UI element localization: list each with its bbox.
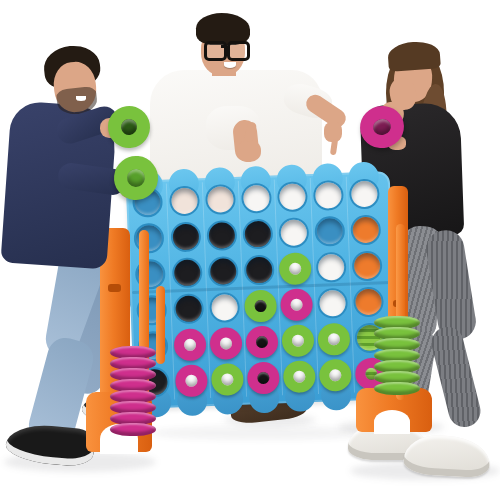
board-hole-r3c2 [172, 257, 203, 288]
board-cell-r6c5 [281, 358, 318, 395]
board-cell-r3c2 [169, 254, 206, 291]
board-cell-r4c3 [206, 289, 243, 326]
left-frame-slot [108, 284, 121, 292]
board-hole-r6c3 [212, 364, 243, 395]
board-cell-r6c6 [317, 357, 354, 394]
board-cell-r6c3 [209, 361, 246, 398]
board-hole-r3c3 [208, 256, 239, 287]
glasses-left-lens [204, 41, 227, 61]
board-hole-r5c5 [282, 325, 313, 356]
left-man-smile [76, 96, 86, 101]
board-hole-r5c4 [246, 326, 277, 357]
magenta-disc-r5c4 [245, 325, 278, 358]
board-cell-r4c7 [350, 283, 387, 320]
board-cell-r5c6 [315, 321, 352, 358]
board-hole-r6c5 [284, 361, 315, 392]
board-cell-r3c7 [348, 247, 385, 284]
board-cell-r2c7 [347, 211, 384, 248]
green-disc-r5c6 [317, 323, 350, 356]
glasses-right-lens [227, 41, 250, 61]
board-cell-r2c2 [167, 218, 204, 255]
board-cell-r1c4 [238, 179, 275, 216]
board-cell-r4c5 [278, 286, 315, 323]
board-hole-r4c3 [209, 292, 240, 323]
board-hole-r1c7 [349, 178, 380, 209]
board-cell-r5c3 [207, 325, 244, 362]
board-cell-r1c5 [274, 178, 311, 215]
board-cell-r4c2 [170, 290, 207, 327]
left-disc-pole-rear [156, 286, 165, 364]
board-cell-r3c4 [241, 251, 278, 288]
board-cell-r2c5 [275, 214, 312, 251]
board-cell-r3c3 [205, 253, 242, 290]
board-hole-r6c2 [176, 365, 207, 396]
board-cell-r5c5 [279, 322, 316, 359]
woman-sneaker-back [403, 434, 491, 478]
board-cell-r3c5 [277, 250, 314, 287]
middle-man-smile [224, 62, 236, 68]
shadow-board [150, 426, 370, 440]
board-hole-r2c7 [350, 214, 381, 245]
right-spare-disc-7 [374, 382, 420, 395]
right-frame-foot-arch [374, 410, 410, 434]
green-disc-r6c6 [319, 359, 352, 392]
board-hole-r1c5 [277, 181, 308, 212]
green-disc-r4c4 [244, 289, 277, 322]
board-cell-r4c6 [314, 285, 351, 322]
magenta-disc-r4c5 [280, 288, 313, 321]
board-hole-r5c6 [318, 324, 349, 355]
left-spare-disc-8 [110, 423, 156, 436]
board-hole-r2c2 [170, 221, 201, 252]
stage [0, 0, 500, 500]
middle-man-fist [237, 140, 261, 162]
board-hole-r3c5 [280, 253, 311, 284]
board-hole-r4c2 [173, 293, 204, 324]
board-hole-r5c2 [174, 329, 205, 360]
board-hole-r2c6 [314, 216, 345, 247]
woman-calf-back [428, 324, 484, 431]
board-cell-r5c4 [243, 323, 280, 360]
board-hole-r3c7 [352, 250, 383, 281]
board-hole-r2c3 [206, 220, 237, 251]
board-hole-r4c7 [353, 286, 384, 317]
board-hole-r5c3 [210, 328, 241, 359]
board-hole-r6c4 [248, 362, 279, 393]
green-disc-r3c5 [279, 252, 312, 285]
magenta-disc-r6c2 [175, 364, 208, 397]
board-cell-r2c3 [203, 217, 240, 254]
connect-four-board [126, 171, 399, 409]
board-cell-r6c2 [173, 362, 210, 399]
board-hole-r2c5 [278, 217, 309, 248]
woman-hair-top [387, 40, 441, 72]
board-cell-r2c1 [131, 220, 168, 257]
board-cell-r1c7 [346, 175, 383, 212]
magenta-disc-r6c4 [247, 361, 280, 394]
board-hole-r3c4 [244, 255, 275, 286]
board-cell-r1c3 [202, 181, 239, 218]
pointing-finger [330, 139, 338, 156]
magenta-disc-r5c3 [209, 327, 242, 360]
board-cell-r1c2 [166, 182, 203, 219]
green-disc-r6c5 [283, 360, 316, 393]
board-cell-r2c6 [311, 213, 348, 250]
board-hole-r3c6 [316, 252, 347, 283]
magenta-disc-r5c2 [173, 328, 206, 361]
board-hole-r1c4 [241, 183, 272, 214]
right-disc-stack [374, 316, 420, 398]
board-hole-r2c4 [242, 219, 273, 250]
board-cell-r5c2 [171, 326, 208, 363]
board-cell-r4c4 [242, 287, 279, 324]
board-cell-r1c6 [310, 177, 347, 214]
board-hole-r4c6 [317, 288, 348, 319]
board-hole-r6c6 [320, 360, 351, 391]
glasses-bridge [221, 45, 227, 48]
green-disc-r5c5 [281, 324, 314, 357]
board-hole-r1c3 [205, 184, 236, 215]
board-cell-r3c6 [313, 249, 350, 286]
board-hole-r4c5 [281, 289, 312, 320]
board-cell-r2c4 [239, 215, 276, 252]
green-disc-r6c3 [211, 363, 244, 396]
board-hole-r4c4 [245, 291, 276, 322]
board-hole-r1c6 [313, 180, 344, 211]
board-hole-r1c2 [169, 185, 200, 216]
left-disc-stack [110, 346, 156, 438]
board-cell-r6c4 [245, 359, 282, 396]
